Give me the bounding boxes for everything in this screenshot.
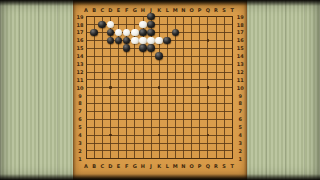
row-label-left: 19 xyxy=(76,14,84,20)
column-label-top: A xyxy=(82,7,90,13)
row-label-left: 14 xyxy=(76,53,84,59)
column-label-top: J xyxy=(147,7,155,13)
column-label-bottom: P xyxy=(196,163,204,169)
row-label-right: 6 xyxy=(236,116,244,122)
row-label-left: 9 xyxy=(76,93,84,99)
row-label-right: 7 xyxy=(236,108,244,114)
side-panel-left xyxy=(0,0,73,180)
row-label-right: 12 xyxy=(236,69,244,75)
column-label-bottom: N xyxy=(179,163,187,169)
row-label-right: 15 xyxy=(236,45,244,51)
row-label-right: 9 xyxy=(236,93,244,99)
black-stone xyxy=(123,44,131,52)
column-label-top: B xyxy=(90,7,98,13)
column-label-bottom: E xyxy=(114,163,122,169)
row-label-right: 2 xyxy=(236,148,244,154)
column-label-top: L xyxy=(163,7,171,13)
grid-line-vertical xyxy=(224,16,225,159)
row-label-right: 5 xyxy=(236,124,244,130)
grid-line-horizontal xyxy=(86,111,233,112)
column-label-bottom: J xyxy=(147,163,155,169)
grid-line-horizontal xyxy=(86,127,233,128)
black-stone xyxy=(163,37,171,45)
row-label-right: 11 xyxy=(236,77,244,83)
grid-line-horizontal xyxy=(86,119,233,120)
column-label-bottom: C xyxy=(98,163,106,169)
column-label-top: K xyxy=(155,7,163,13)
row-label-left: 12 xyxy=(76,69,84,75)
grid-line-horizontal xyxy=(86,95,233,96)
row-label-right: 18 xyxy=(236,22,244,28)
grid-line-horizontal xyxy=(86,150,233,151)
black-stone xyxy=(139,44,147,52)
row-label-right: 16 xyxy=(236,37,244,43)
go-app-view: AABBCCDDEEFFGGHHJJKKLLMMNNOOPPQQRRSSTT19… xyxy=(0,0,320,180)
white-stone xyxy=(139,21,147,29)
row-label-left: 17 xyxy=(76,29,84,35)
white-stone xyxy=(115,29,123,37)
row-label-left: 15 xyxy=(76,45,84,51)
white-stone xyxy=(131,37,139,45)
grid-line-horizontal xyxy=(86,158,233,159)
row-label-right: 1 xyxy=(236,156,244,162)
column-label-bottom: L xyxy=(163,163,171,169)
row-label-left: 13 xyxy=(76,61,84,67)
side-panel-right xyxy=(247,0,320,180)
column-label-bottom: R xyxy=(212,163,220,169)
black-stone xyxy=(107,37,115,45)
column-label-bottom: A xyxy=(82,163,90,169)
black-stone xyxy=(123,37,131,45)
column-label-bottom: F xyxy=(123,163,131,169)
column-label-top: E xyxy=(114,7,122,13)
row-label-left: 16 xyxy=(76,37,84,43)
white-stone xyxy=(139,37,147,45)
column-label-bottom: T xyxy=(228,163,236,169)
grid-line-vertical xyxy=(199,16,200,159)
star-point xyxy=(207,86,210,89)
row-label-right: 17 xyxy=(236,29,244,35)
black-stone xyxy=(155,52,163,60)
column-label-bottom: B xyxy=(90,163,98,169)
black-stone xyxy=(107,29,115,37)
go-board[interactable]: AABBCCDDEEFFGGHHJJKKLLMMNNOOPPQQRRSSTT19… xyxy=(73,0,247,180)
black-stone xyxy=(139,29,147,37)
column-label-top: G xyxy=(131,7,139,13)
black-stone xyxy=(147,13,155,21)
row-label-right: 3 xyxy=(236,140,244,146)
row-label-left: 5 xyxy=(76,124,84,130)
row-label-left: 7 xyxy=(76,108,84,114)
row-label-left: 11 xyxy=(76,77,84,83)
row-label-left: 1 xyxy=(76,156,84,162)
star-point xyxy=(207,134,210,137)
column-label-bottom: S xyxy=(220,163,228,169)
black-stone xyxy=(147,21,155,29)
bottom-edge-shadow xyxy=(0,174,320,180)
column-label-bottom: Q xyxy=(204,163,212,169)
grid-line-vertical xyxy=(183,16,184,159)
column-label-top: D xyxy=(106,7,114,13)
grid-line-vertical xyxy=(232,16,233,159)
column-label-top: O xyxy=(188,7,196,13)
column-label-top: Q xyxy=(204,7,212,13)
row-label-left: 8 xyxy=(76,100,84,106)
row-label-right: 10 xyxy=(236,85,244,91)
row-label-left: 18 xyxy=(76,22,84,28)
white-stone xyxy=(155,37,163,45)
black-stone xyxy=(90,29,98,37)
column-label-top: P xyxy=(196,7,204,13)
row-label-right: 8 xyxy=(236,100,244,106)
black-stone xyxy=(115,37,123,45)
star-point xyxy=(109,86,112,89)
column-label-bottom: M xyxy=(171,163,179,169)
row-label-left: 4 xyxy=(76,132,84,138)
row-label-left: 3 xyxy=(76,140,84,146)
column-label-top: F xyxy=(123,7,131,13)
black-stone xyxy=(147,29,155,37)
grid-line-horizontal xyxy=(86,143,233,144)
column-label-top: M xyxy=(171,7,179,13)
row-label-left: 10 xyxy=(76,85,84,91)
white-stone xyxy=(147,37,155,45)
top-edge-shadow xyxy=(0,0,320,6)
column-label-bottom: H xyxy=(139,163,147,169)
column-label-bottom: K xyxy=(155,163,163,169)
column-label-top: C xyxy=(98,7,106,13)
row-label-right: 4 xyxy=(236,132,244,138)
column-label-top: S xyxy=(220,7,228,13)
black-stone xyxy=(147,44,155,52)
row-label-left: 6 xyxy=(76,116,84,122)
column-label-bottom: O xyxy=(188,163,196,169)
white-stone xyxy=(131,29,139,37)
row-label-left: 2 xyxy=(76,148,84,154)
grid-line-vertical xyxy=(216,16,217,159)
column-label-top: R xyxy=(212,7,220,13)
row-label-right: 13 xyxy=(236,61,244,67)
grid-line-vertical xyxy=(191,16,192,159)
grid-line-horizontal xyxy=(86,103,233,104)
star-point xyxy=(207,39,210,42)
black-stone xyxy=(98,21,106,29)
column-label-top: T xyxy=(228,7,236,13)
column-label-bottom: G xyxy=(131,163,139,169)
column-label-top: N xyxy=(179,7,187,13)
row-label-right: 19 xyxy=(236,14,244,20)
grid-line-vertical xyxy=(175,16,176,159)
column-label-top: H xyxy=(139,7,147,13)
column-label-bottom: D xyxy=(106,163,114,169)
white-stone xyxy=(123,29,131,37)
white-stone xyxy=(107,21,115,29)
row-label-right: 14 xyxy=(236,53,244,59)
black-stone xyxy=(172,29,180,37)
